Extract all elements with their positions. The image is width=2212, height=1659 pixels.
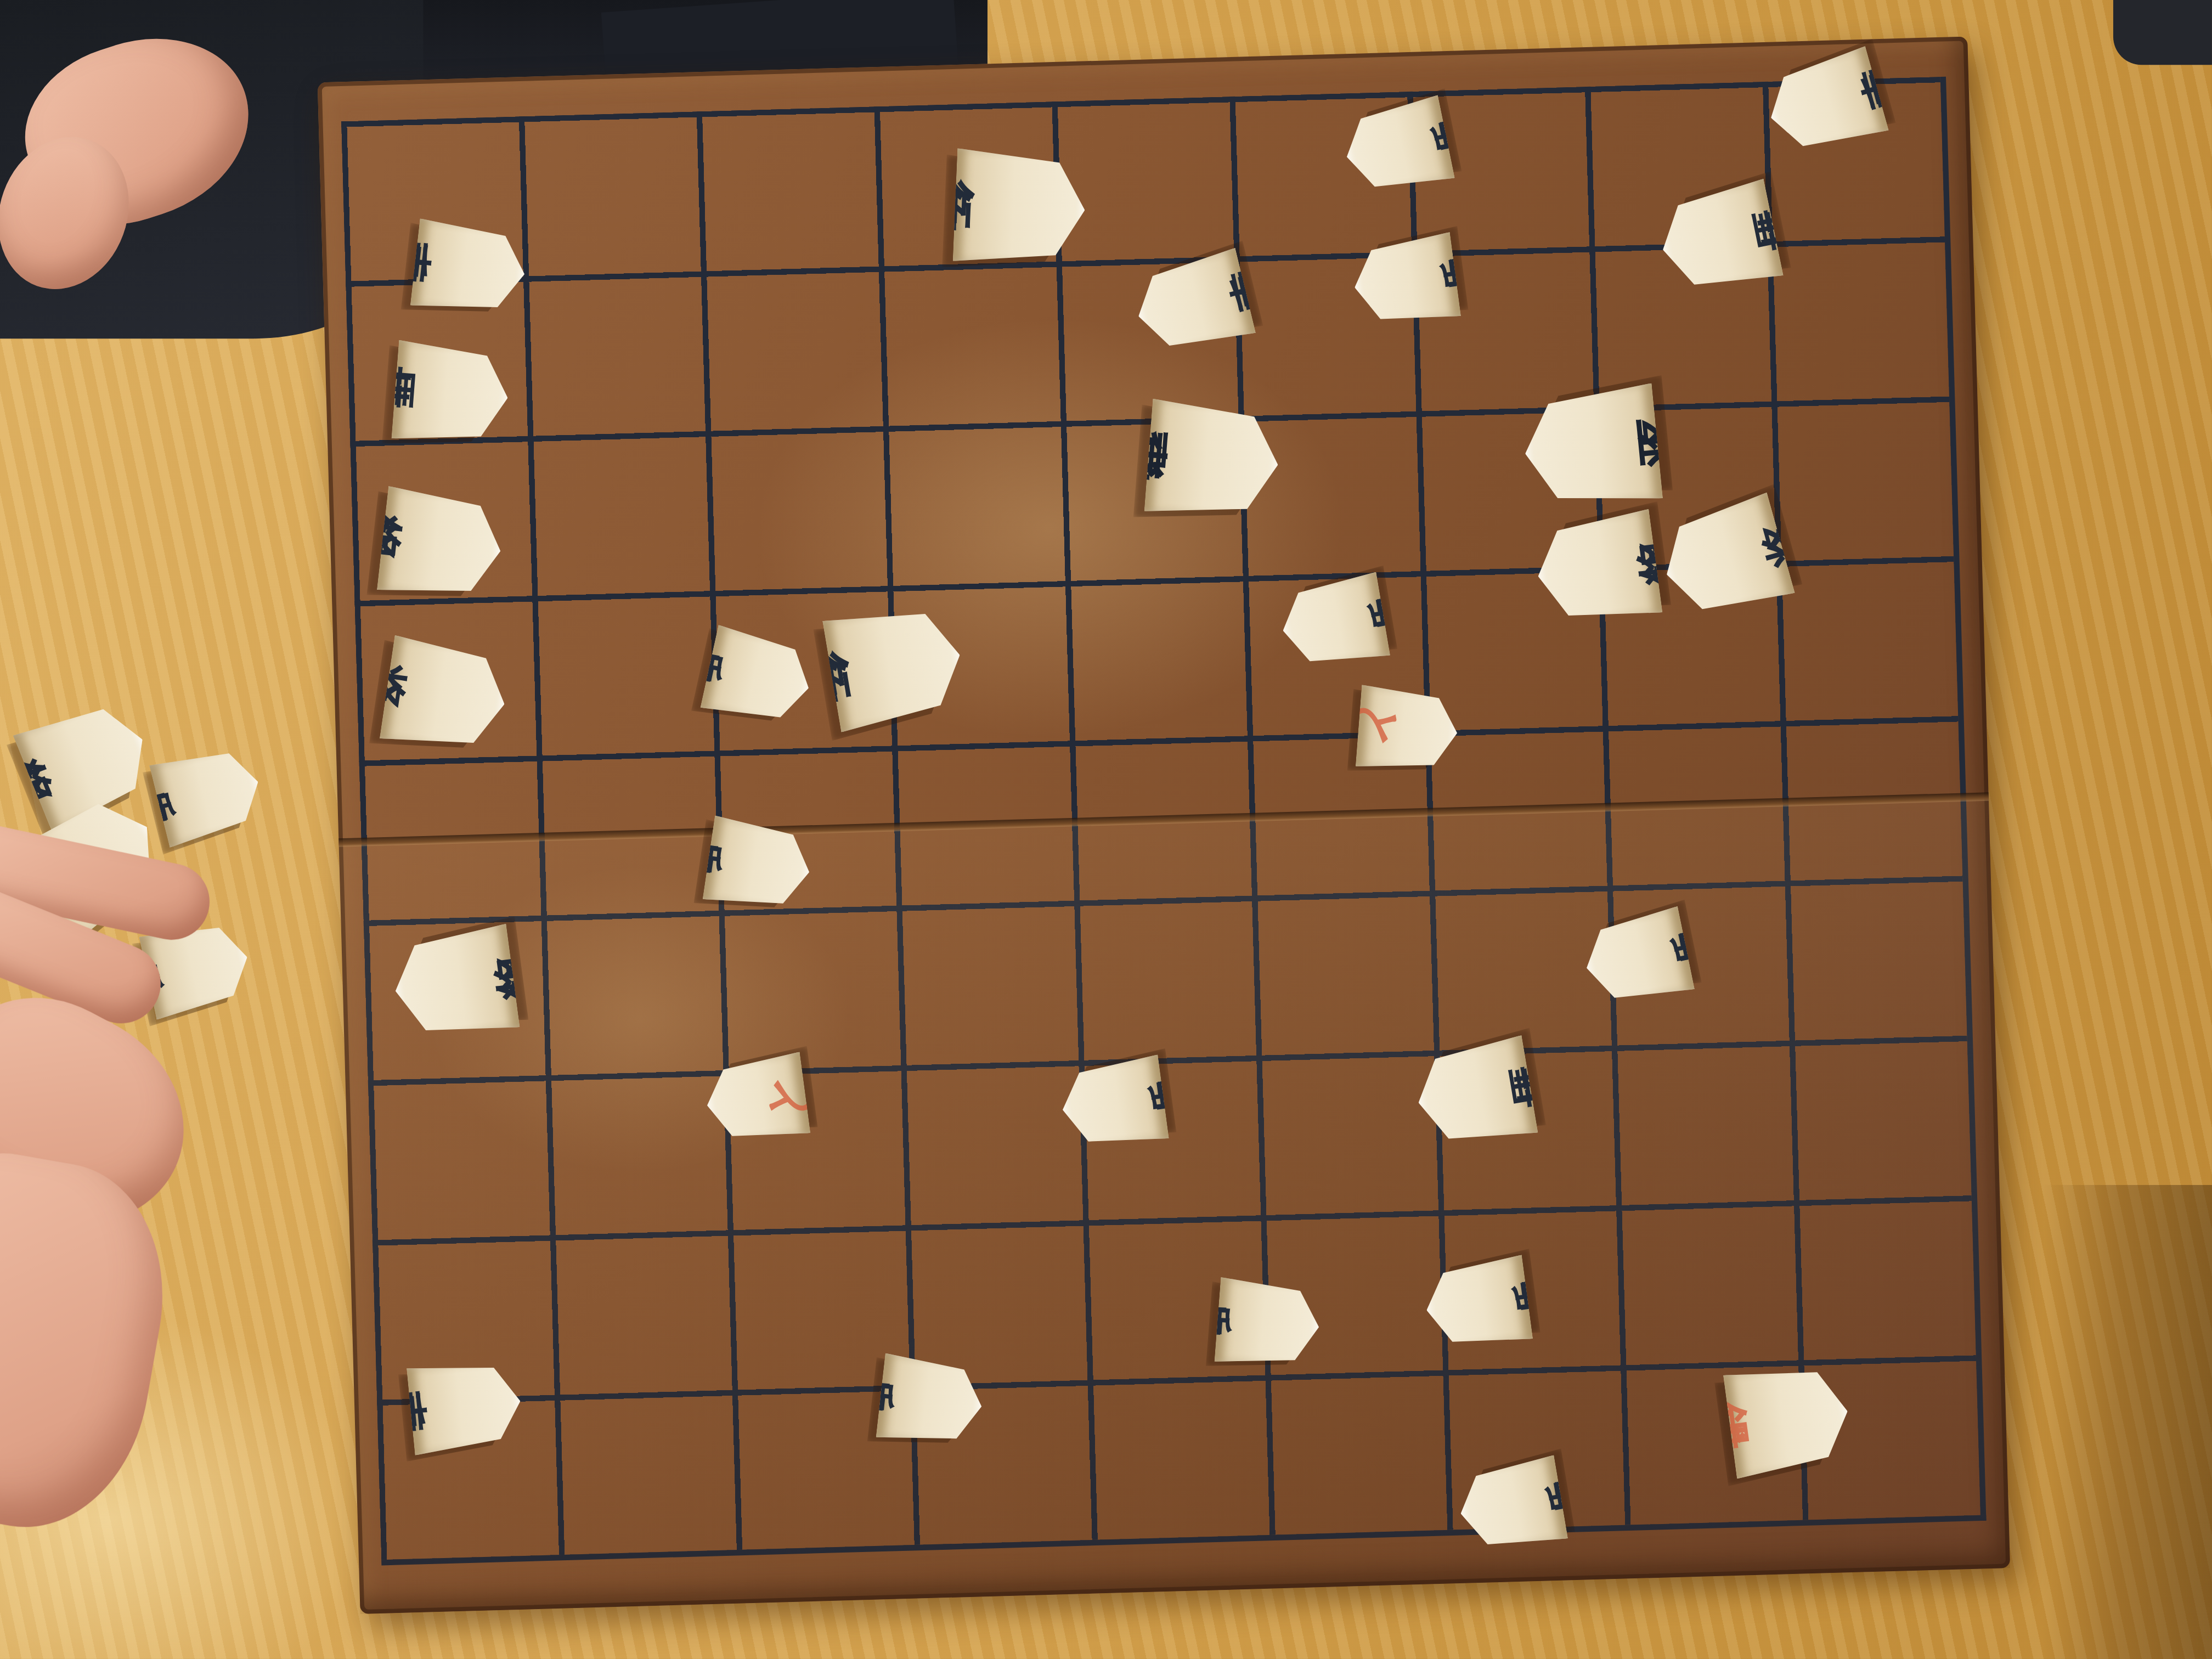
piece-body: 飛車 — [1144, 399, 1282, 521]
piece-kanji: 歩兵 — [752, 844, 758, 884]
piece-kanji: 歩兵 — [925, 1380, 929, 1421]
piece-body: 歩兵 — [876, 1353, 986, 1449]
piece-kanji: 銀将 — [435, 520, 440, 567]
piece-kanji: 歩兵 — [1262, 1303, 1266, 1344]
shogi-piece-pawn-right[interactable]: 歩兵 — [1420, 1255, 1532, 1352]
shogi-piece-silver-right[interactable]: 銀将 — [388, 924, 520, 1043]
piece-kanji: 金将 — [1722, 534, 1735, 579]
piece-kanji: 歩兵 — [200, 776, 210, 815]
piece-body: 歩兵 — [1420, 1255, 1532, 1352]
piece-body: と — [1356, 685, 1460, 774]
piece-body: 歩兵 — [702, 815, 815, 914]
piece-body: 銀将 — [377, 486, 506, 602]
piece-kanji: 角行 — [886, 641, 895, 692]
piece-body: 桂馬 — [392, 340, 512, 447]
shogi-piece-rook-left[interactable]: 飛車 — [1144, 399, 1282, 521]
piece-kanji: 歩兵 — [1478, 1283, 1483, 1323]
piece-kanji: 銀将 — [456, 960, 462, 1007]
shogi-piece-pawn-right[interactable]: 歩兵 — [1350, 232, 1462, 329]
piece-kanji: 桂馬 — [1718, 215, 1727, 259]
shogi-piece-tokin-right[interactable]: と — [702, 1052, 811, 1146]
piece-body: 歩兵 — [1350, 232, 1462, 329]
piece-kanji: 香車 — [1190, 281, 1201, 324]
piece-kanji: 歩兵 — [1115, 1082, 1120, 1122]
piece-body: 香車 — [410, 219, 529, 318]
shogi-piece-promoted-silver-left[interactable]: 成銀 — [1723, 1359, 1854, 1479]
piece-kanji: 歩兵 — [1511, 1484, 1517, 1524]
piece-body: 角行 — [822, 599, 969, 732]
piece-kanji: 角行 — [1013, 182, 1015, 234]
shogi-piece-pawn-left[interactable]: 歩兵 — [876, 1353, 986, 1449]
piece-body: 歩兵 — [1058, 1054, 1170, 1151]
piece-kanji: と — [1374, 702, 1434, 757]
piece-kanji: 歩兵 — [1407, 260, 1412, 300]
piece-body: 王将 — [1519, 383, 1662, 511]
board-lower-half — [339, 801, 2010, 1614]
shogi-piece-pawn-right[interactable]: 歩兵 — [1276, 572, 1390, 673]
dark-object-top-right — [2113, 0, 2212, 65]
piece-body: 歩兵 — [1276, 572, 1390, 673]
shogi-piece-lance-left[interactable]: 香車 — [407, 1358, 525, 1455]
piece-kanji: 歩兵 — [1334, 602, 1340, 642]
piece-kanji: 歩兵 — [1396, 126, 1404, 166]
shogi-piece-gold-left[interactable]: 金将 — [380, 635, 512, 755]
piece-body: と — [702, 1052, 811, 1146]
piece-body: 香車 — [407, 1358, 525, 1455]
piece-body: 成銀 — [1723, 1359, 1854, 1479]
piece-kanji: 歩兵 — [1636, 937, 1644, 977]
piece-kanji: 歩兵 — [751, 656, 759, 696]
piece-kanji: 香車 — [459, 1385, 464, 1429]
shogi-piece-silver-left[interactable]: 銀将 — [377, 486, 506, 602]
shogi-piece-pawn-left[interactable]: 歩兵 — [1214, 1277, 1322, 1369]
shogi-piece-bishop-left[interactable]: 角行 — [822, 599, 969, 732]
piece-body: 銀将 — [388, 924, 520, 1043]
shogi-piece-lance-left[interactable]: 香車 — [410, 219, 529, 318]
piece-kanji: 王将 — [1593, 420, 1598, 472]
shogi-piece-pawn-right[interactable]: 歩兵 — [1058, 1054, 1170, 1151]
piece-body: 歩兵 — [1214, 1277, 1322, 1369]
piece-kanji: 成銀 — [1781, 1396, 1787, 1443]
piece-kanji: 銀将 — [74, 742, 92, 786]
shogi-piece-pawn-left[interactable]: 歩兵 — [702, 815, 815, 914]
piece-body: 銀将 — [1531, 509, 1662, 628]
photo-scene: 香車桂馬銀将金将香車角行飛車角行歩兵歩兵と歩兵歩兵成銀香車桂馬歩兵歩兵香車王将銀… — [0, 0, 2212, 1659]
shogi-piece-bishop-left[interactable]: 角行 — [952, 149, 1087, 267]
piece-body: 角行 — [952, 149, 1087, 267]
piece-kanji: 香車 — [462, 246, 467, 290]
piece-kanji: 飛車 — [1206, 434, 1210, 486]
piece-kanji: 金将 — [438, 671, 445, 718]
shogi-piece-knight-left[interactable]: 桂馬 — [392, 340, 512, 447]
piece-kanji: 香車 — [1822, 81, 1834, 123]
piece-kanji: 桂馬 — [445, 371, 449, 416]
piece-body: 金将 — [380, 635, 512, 755]
piece-kanji: と — [730, 1069, 792, 1127]
piece-kanji: 桂馬 — [1475, 1070, 1483, 1114]
shogi-piece-silver-right[interactable]: 銀将 — [1531, 509, 1662, 628]
piece-body: 桂馬 — [1411, 1035, 1539, 1151]
piece-kanji: 歩兵 — [189, 949, 198, 988]
shogi-piece-tokin-left[interactable]: と — [1356, 685, 1460, 774]
table-edge-shadow — [2042, 1185, 2212, 1659]
shogi-piece-pawn-right[interactable]: 歩兵 — [1453, 1454, 1567, 1555]
piece-body: 歩兵 — [1453, 1454, 1567, 1555]
shogi-piece-king-right[interactable]: 王将 — [1519, 383, 1662, 511]
shogi-piece-knight-right[interactable]: 桂馬 — [1411, 1035, 1539, 1151]
piece-kanji: 銀将 — [1599, 544, 1605, 591]
